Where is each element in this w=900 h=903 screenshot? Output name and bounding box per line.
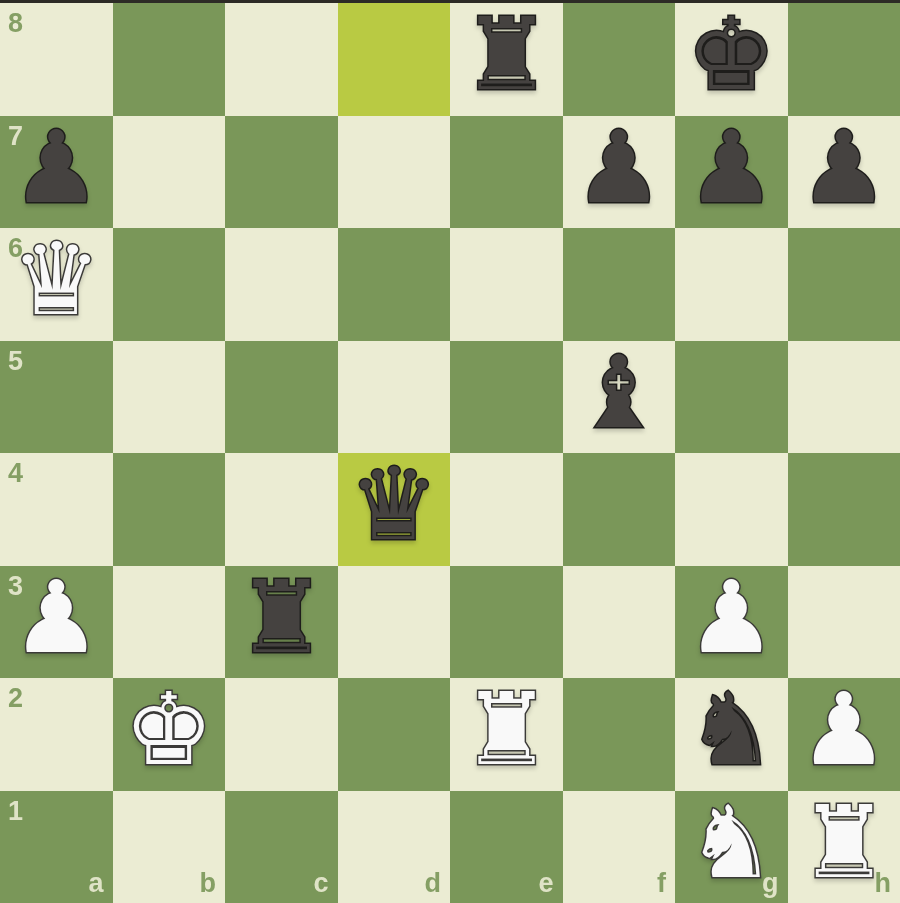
square-e2[interactable]: ♜ — [450, 678, 563, 791]
black-knight-g2[interactable]: ♞ — [686, 674, 776, 786]
square-h5[interactable] — [788, 341, 900, 454]
square-d4[interactable]: ♛ — [338, 453, 451, 566]
file-label-a: a — [88, 870, 103, 897]
square-h6[interactable] — [788, 228, 900, 341]
square-h7[interactable]: ♟ — [788, 116, 900, 229]
square-g3[interactable]: ♟ — [675, 566, 788, 679]
square-f3[interactable] — [563, 566, 676, 679]
square-c5[interactable] — [225, 341, 338, 454]
square-g1[interactable]: g♞ — [675, 791, 788, 903]
square-c6[interactable] — [225, 228, 338, 341]
white-rook-h1[interactable]: ♜ — [799, 787, 889, 899]
square-e8[interactable]: ♜ — [450, 3, 563, 116]
square-e6[interactable] — [450, 228, 563, 341]
square-f2[interactable] — [563, 678, 676, 791]
white-pawn-h2[interactable]: ♟ — [799, 674, 889, 786]
chess-board: 8♜♚7♟♟♟♟6♛5♝4♛3♟♜♟2♚♜♞♟1abcdefg♞h♜ — [0, 3, 900, 903]
square-b7[interactable] — [113, 116, 226, 229]
square-f7[interactable]: ♟ — [563, 116, 676, 229]
rank-label-5: 5 — [8, 348, 23, 375]
square-a3[interactable]: 3♟ — [0, 566, 113, 679]
square-b8[interactable] — [113, 3, 226, 116]
black-bishop-f5[interactable]: ♝ — [574, 337, 664, 449]
rank-label-8: 8 — [8, 10, 23, 37]
square-a1[interactable]: 1a — [0, 791, 113, 903]
square-a5[interactable]: 5 — [0, 341, 113, 454]
white-pawn-g3[interactable]: ♟ — [686, 562, 776, 674]
square-a2[interactable]: 2 — [0, 678, 113, 791]
square-e3[interactable] — [450, 566, 563, 679]
square-c8[interactable] — [225, 3, 338, 116]
square-f6[interactable] — [563, 228, 676, 341]
white-rook-e2[interactable]: ♜ — [461, 674, 551, 786]
rank-label-4: 4 — [8, 460, 23, 487]
black-pawn-g7[interactable]: ♟ — [686, 112, 776, 224]
square-h8[interactable] — [788, 3, 900, 116]
square-f1[interactable]: f — [563, 791, 676, 903]
square-b3[interactable] — [113, 566, 226, 679]
square-d2[interactable] — [338, 678, 451, 791]
square-g8[interactable]: ♚ — [675, 3, 788, 116]
white-pawn-a3[interactable]: ♟ — [11, 562, 101, 674]
square-a7[interactable]: 7♟ — [0, 116, 113, 229]
white-knight-g1[interactable]: ♞ — [686, 787, 776, 899]
square-b6[interactable] — [113, 228, 226, 341]
file-label-c: c — [313, 870, 328, 897]
square-e7[interactable] — [450, 116, 563, 229]
square-d7[interactable] — [338, 116, 451, 229]
file-label-b: b — [200, 870, 217, 897]
square-c1[interactable]: c — [225, 791, 338, 903]
black-pawn-f7[interactable]: ♟ — [574, 112, 664, 224]
square-c7[interactable] — [225, 116, 338, 229]
square-h2[interactable]: ♟ — [788, 678, 900, 791]
black-king-g8[interactable]: ♚ — [686, 0, 776, 111]
square-b4[interactable] — [113, 453, 226, 566]
square-g2[interactable]: ♞ — [675, 678, 788, 791]
square-h1[interactable]: h♜ — [788, 791, 900, 903]
black-rook-e8[interactable]: ♜ — [461, 0, 551, 111]
square-d8[interactable] — [338, 3, 451, 116]
square-c3[interactable]: ♜ — [225, 566, 338, 679]
square-g4[interactable] — [675, 453, 788, 566]
square-d3[interactable] — [338, 566, 451, 679]
square-a4[interactable]: 4 — [0, 453, 113, 566]
file-label-f: f — [657, 870, 666, 897]
rank-label-2: 2 — [8, 685, 23, 712]
square-g6[interactable] — [675, 228, 788, 341]
square-h3[interactable] — [788, 566, 900, 679]
white-queen-a6[interactable]: ♛ — [11, 224, 101, 336]
square-h4[interactable] — [788, 453, 900, 566]
file-label-d: d — [425, 870, 442, 897]
square-b5[interactable] — [113, 341, 226, 454]
black-pawn-a7[interactable]: ♟ — [11, 112, 101, 224]
square-a6[interactable]: 6♛ — [0, 228, 113, 341]
square-g7[interactable]: ♟ — [675, 116, 788, 229]
square-e5[interactable] — [450, 341, 563, 454]
square-c4[interactable] — [225, 453, 338, 566]
white-king-b2[interactable]: ♚ — [124, 674, 214, 786]
square-g5[interactable] — [675, 341, 788, 454]
square-d1[interactable]: d — [338, 791, 451, 903]
square-a8[interactable]: 8 — [0, 3, 113, 116]
square-b1[interactable]: b — [113, 791, 226, 903]
black-queen-d4[interactable]: ♛ — [349, 449, 439, 561]
file-label-e: e — [538, 870, 553, 897]
square-b2[interactable]: ♚ — [113, 678, 226, 791]
black-rook-c3[interactable]: ♜ — [236, 562, 326, 674]
square-d5[interactable] — [338, 341, 451, 454]
square-f5[interactable]: ♝ — [563, 341, 676, 454]
square-c2[interactable] — [225, 678, 338, 791]
square-e4[interactable] — [450, 453, 563, 566]
square-d6[interactable] — [338, 228, 451, 341]
square-f8[interactable] — [563, 3, 676, 116]
black-pawn-h7[interactable]: ♟ — [799, 112, 889, 224]
square-f4[interactable] — [563, 453, 676, 566]
rank-label-1: 1 — [8, 798, 23, 825]
square-e1[interactable]: e — [450, 791, 563, 903]
